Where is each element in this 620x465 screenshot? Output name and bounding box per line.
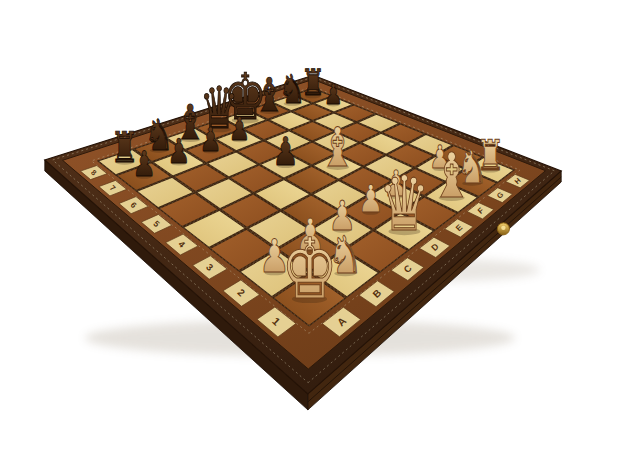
board-photo-rendering: ABCDEFGH12345678♜♞♟♝♚♛♝♟♞♟♜♟♟♝♟♜♟♞♟♝♟♟♛♟… [0,0,620,465]
white-bishop-f1: ♝ [431,139,473,211]
black-pawn-d5: ♟ [272,129,299,174]
brass-clasp-highlight [501,226,505,230]
white-bishop-e4: ♝ [319,116,356,179]
white-king-a1: ♚ [281,220,338,318]
black-pawn-c7: ♟ [199,120,221,158]
black-pawn-d7: ♟ [229,110,251,147]
black-pawn-b7: ♟ [167,131,190,170]
white-queen-d1: ♛ [379,159,431,248]
chess-set-photo: ABCDEFGH12345678♜♞♟♝♚♛♝♟♞♟♜♟♟♝♟♜♟♞♟♝♟♟♛♟… [0,0,620,465]
black-pawn-a7: ♟ [132,143,156,184]
black-pawn-h7: ♟ [324,78,343,111]
